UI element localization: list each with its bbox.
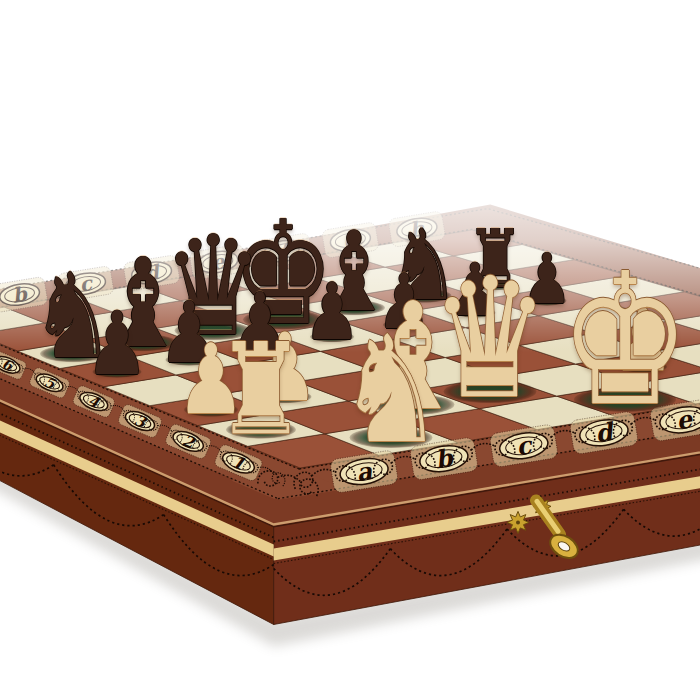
chessboard-svg: abcdefgh12345678abcdefgh bbox=[0, 0, 700, 700]
depth-of-field-fade bbox=[0, 0, 700, 352]
chess-set-photo: abcdefgh12345678abcdefgh ♚♛♝♞♜♟♟♟♚♛♝♝♞♞♜… bbox=[0, 0, 700, 700]
